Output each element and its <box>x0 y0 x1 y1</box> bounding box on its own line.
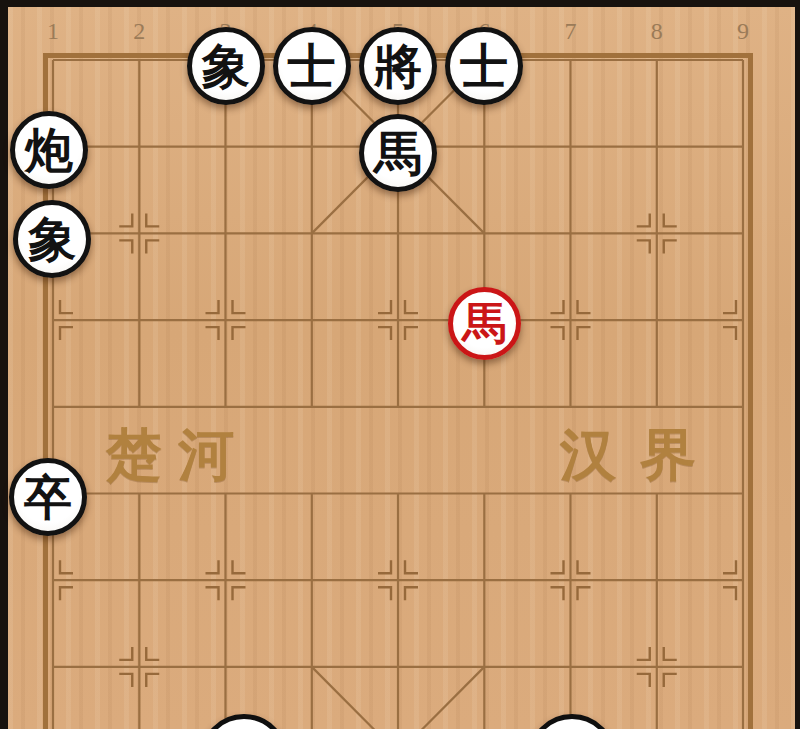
red-horse[interactable]: 馬 <box>448 287 521 360</box>
black-advisor[interactable]: 士 <box>273 27 351 105</box>
black-horse[interactable]: 馬 <box>359 114 437 192</box>
cut-off-piece[interactable] <box>528 714 616 729</box>
black-cannon[interactable]: 炮 <box>10 111 88 189</box>
xiangqi-board[interactable]: 象士將士馬炮象馬卒 <box>10 17 786 729</box>
cut-off-piece[interactable] <box>200 714 288 729</box>
black-elephant[interactable]: 象 <box>13 200 91 278</box>
black-general[interactable]: 將 <box>359 27 437 105</box>
black-pawn[interactable]: 卒 <box>9 458 87 536</box>
black-advisor[interactable]: 士 <box>445 27 523 105</box>
black-elephant[interactable]: 象 <box>187 27 265 105</box>
